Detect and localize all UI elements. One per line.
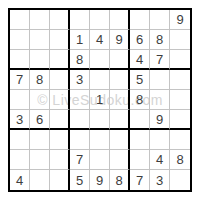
- cell-r2c8[interactable]: 8: [150, 30, 170, 50]
- given-digit: 9: [176, 13, 183, 26]
- cell-r7c7[interactable]: [130, 130, 150, 150]
- cell-r1c8[interactable]: [150, 10, 170, 30]
- cell-r7c6[interactable]: [110, 130, 130, 150]
- cell-r4c9[interactable]: [170, 70, 190, 90]
- cell-r5c2[interactable]: [30, 90, 50, 110]
- cell-r8c8[interactable]: 4: [150, 150, 170, 170]
- given-digit: 6: [36, 113, 43, 126]
- cell-r7c4[interactable]: [70, 130, 90, 150]
- cell-r5c7[interactable]: 8: [130, 90, 150, 110]
- cell-r3c8[interactable]: 7: [150, 50, 170, 70]
- cell-r6c2[interactable]: 6: [30, 110, 50, 130]
- cell-r1c4[interactable]: [70, 10, 90, 30]
- cell-r7c1[interactable]: [10, 130, 30, 150]
- cell-r2c4[interactable]: 1: [70, 30, 90, 50]
- cell-r9c3[interactable]: [50, 170, 70, 190]
- given-digit: 4: [156, 153, 163, 166]
- cell-r7c3[interactable]: [50, 130, 70, 150]
- given-digit: 6: [136, 33, 143, 46]
- given-digit: 5: [76, 174, 83, 187]
- cell-r3c4[interactable]: 8: [70, 50, 90, 70]
- given-digit: 7: [76, 153, 83, 166]
- cell-r3c1[interactable]: [10, 50, 30, 70]
- cell-r6c3[interactable]: [50, 110, 70, 130]
- cell-r4c3[interactable]: [50, 70, 70, 90]
- cell-r7c8[interactable]: [150, 130, 170, 150]
- sudoku-board: © LiveSudoku.com 91496884778351836974845…: [8, 8, 192, 192]
- cell-r6c8[interactable]: 9: [150, 110, 170, 130]
- given-digit: 9: [115, 33, 122, 46]
- given-digit: 7: [156, 53, 163, 66]
- cell-r5c9[interactable]: [170, 90, 190, 110]
- cell-r3c3[interactable]: [50, 50, 70, 70]
- given-digit: 7: [16, 73, 23, 86]
- cell-r4c2[interactable]: 8: [30, 70, 50, 90]
- cell-r2c6[interactable]: 9: [110, 30, 130, 50]
- given-digit: 1: [76, 33, 83, 46]
- cell-r8c9[interactable]: 8: [170, 150, 190, 170]
- cell-r8c3[interactable]: [50, 150, 70, 170]
- cell-r7c9[interactable]: [170, 130, 190, 150]
- cell-r4c7[interactable]: 5: [130, 70, 150, 90]
- cell-r1c1[interactable]: [10, 10, 30, 30]
- cell-r9c8[interactable]: 3: [150, 170, 170, 190]
- cell-r1c2[interactable]: [30, 10, 50, 30]
- given-digit: 4: [96, 33, 103, 46]
- given-digit: 9: [96, 174, 103, 187]
- cell-r4c8[interactable]: [150, 70, 170, 90]
- given-digit: 3: [76, 73, 83, 86]
- given-digit: 8: [136, 93, 143, 106]
- cell-r1c6[interactable]: [110, 10, 130, 30]
- cell-r4c5[interactable]: [90, 70, 110, 90]
- cell-r2c9[interactable]: [170, 30, 190, 50]
- given-digit: 4: [136, 53, 143, 66]
- sudoku-page: © LiveSudoku.com 91496884778351836974845…: [0, 0, 200, 200]
- cell-r2c2[interactable]: [30, 30, 50, 50]
- cell-r1c9[interactable]: 9: [170, 10, 190, 30]
- cell-r8c5[interactable]: [90, 150, 110, 170]
- cell-r5c1[interactable]: [10, 90, 30, 110]
- given-digit: 5: [136, 73, 143, 86]
- cell-r5c3[interactable]: [50, 90, 70, 110]
- cell-r8c6[interactable]: [110, 150, 130, 170]
- cell-r6c1[interactable]: 3: [10, 110, 30, 130]
- cell-r6c4[interactable]: [70, 110, 90, 130]
- given-digit: 1: [96, 93, 103, 106]
- cell-r8c1[interactable]: [10, 150, 30, 170]
- cell-r9c2[interactable]: [30, 170, 50, 190]
- cell-r1c3[interactable]: [50, 10, 70, 30]
- cell-r4c1[interactable]: 7: [10, 70, 30, 90]
- cell-r3c9[interactable]: [170, 50, 190, 70]
- cell-r2c3[interactable]: [50, 30, 70, 50]
- cell-r3c5[interactable]: [90, 50, 110, 70]
- cell-r7c5[interactable]: [90, 130, 110, 150]
- cell-r7c2[interactable]: [30, 130, 50, 150]
- given-digit: 4: [16, 174, 23, 187]
- given-digit: 8: [115, 174, 122, 187]
- cell-r6c6[interactable]: [110, 110, 130, 130]
- given-digit: 8: [156, 33, 163, 46]
- cell-r8c7[interactable]: [130, 150, 150, 170]
- cell-r5c8[interactable]: [150, 90, 170, 110]
- cell-r8c4[interactable]: 7: [70, 150, 90, 170]
- cell-r9c6[interactable]: 8: [110, 170, 130, 190]
- given-digit: 8: [36, 73, 43, 86]
- cell-r9c1[interactable]: 4: [10, 170, 30, 190]
- cell-r1c7[interactable]: [130, 10, 150, 30]
- given-digit: 8: [76, 53, 83, 66]
- cell-r4c4[interactable]: 3: [70, 70, 90, 90]
- given-digit: 9: [156, 113, 163, 126]
- given-digit: 3: [16, 113, 23, 126]
- given-digit: 3: [156, 174, 163, 187]
- cell-r9c5[interactable]: 9: [90, 170, 110, 190]
- cell-r9c7[interactable]: 7: [130, 170, 150, 190]
- cell-r5c4[interactable]: [70, 90, 90, 110]
- cell-r4c6[interactable]: [110, 70, 130, 90]
- given-digit: 8: [176, 153, 183, 166]
- cell-r6c5[interactable]: [90, 110, 110, 130]
- cell-r6c9[interactable]: [170, 110, 190, 130]
- cell-r5c5[interactable]: 1: [90, 90, 110, 110]
- cell-r3c7[interactable]: 4: [130, 50, 150, 70]
- cell-r5c6[interactable]: [110, 90, 130, 110]
- given-digit: 7: [136, 174, 143, 187]
- cell-r2c1[interactable]: [10, 30, 30, 50]
- cell-r9c9[interactable]: [170, 170, 190, 190]
- cell-r2c5[interactable]: 4: [90, 30, 110, 50]
- cell-r8c2[interactable]: [30, 150, 50, 170]
- cell-r9c4[interactable]: 5: [70, 170, 90, 190]
- cell-r3c6[interactable]: [110, 50, 130, 70]
- cell-r2c7[interactable]: 6: [130, 30, 150, 50]
- cell-r6c7[interactable]: [130, 110, 150, 130]
- cell-r1c5[interactable]: [90, 10, 110, 30]
- cell-r3c2[interactable]: [30, 50, 50, 70]
